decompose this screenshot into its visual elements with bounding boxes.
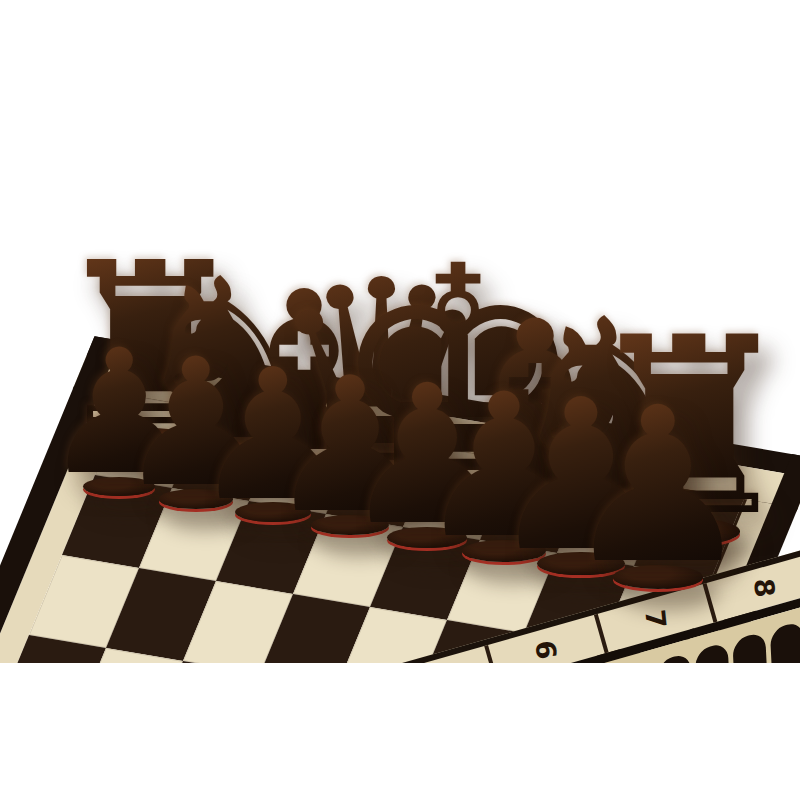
- piece-black-pawn-h7[interactable]: ♟: [562, 379, 754, 593]
- rank-label-text-7: 7: [639, 607, 672, 629]
- rank-label-text-6: 6: [530, 638, 563, 660]
- product-photo-stage: 678 ♜♞♝♛♚♝♞♜♟♟♟♟♟♟♟♟: [0, 0, 800, 800]
- photo-crop: [0, 663, 800, 800]
